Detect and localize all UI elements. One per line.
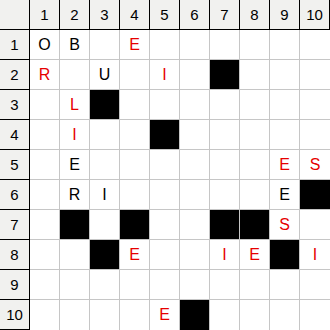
given-letter-cell-r5-c2[interactable]: E (60, 150, 90, 180)
cell-r9-c6[interactable] (180, 270, 210, 300)
cell-r3-c9[interactable] (270, 90, 300, 120)
given-letter-cell-r1-c1[interactable]: O (30, 30, 60, 60)
col-header-2: 2 (60, 0, 90, 30)
cell-r1-c7[interactable] (210, 30, 240, 60)
cell-r9-c7[interactable] (210, 270, 240, 300)
row-header-8: 8 (0, 240, 30, 270)
cell-r1-c6[interactable] (180, 30, 210, 60)
cell-r2-c8[interactable] (240, 60, 270, 90)
given-letter-cell-r2-c3[interactable]: U (90, 60, 120, 90)
entered-letter-cell-r8-c7[interactable]: I (210, 240, 240, 270)
col-header-5: 5 (150, 0, 180, 30)
cell-r10-c1[interactable] (30, 300, 60, 330)
cell-r5-c6[interactable] (180, 150, 210, 180)
entered-letter-cell-r2-c5[interactable]: I (150, 60, 180, 90)
cell-r6-c1[interactable] (30, 180, 60, 210)
cell-r9-c4[interactable] (120, 270, 150, 300)
cell-r9-c10[interactable] (300, 270, 330, 300)
cell-r7-c3[interactable] (90, 210, 120, 240)
entered-letter-cell-r2-c1[interactable]: R (30, 60, 60, 90)
row-header-6: 6 (0, 180, 30, 210)
row-header-5: 5 (0, 150, 30, 180)
cell-r6-c4[interactable] (120, 180, 150, 210)
entered-letter-cell-r8-c4[interactable]: E (120, 240, 150, 270)
cell-r1-c10[interactable] (300, 30, 330, 60)
entered-letter-cell-r5-c9[interactable]: E (270, 150, 300, 180)
cell-r1-c8[interactable] (240, 30, 270, 60)
cell-r6-c5[interactable] (150, 180, 180, 210)
entered-letter-cell-r8-c10[interactable]: I (300, 240, 330, 270)
cell-r5-c3[interactable] (90, 150, 120, 180)
crossword-board: 123456789101OBE2RUI3L4I5EES6RIE7S8EIEI91… (0, 0, 330, 330)
cell-r5-c5[interactable] (150, 150, 180, 180)
cell-r9-c2[interactable] (60, 270, 90, 300)
black-cell-r2-c7 (210, 60, 240, 90)
cell-r2-c4[interactable] (120, 60, 150, 90)
given-letter-cell-r1-c2[interactable]: B (60, 30, 90, 60)
black-cell-r6-c10 (300, 180, 330, 210)
col-header-7: 7 (210, 0, 240, 30)
row-header-3: 3 (0, 90, 30, 120)
cell-r3-c1[interactable] (30, 90, 60, 120)
cell-r10-c7[interactable] (210, 300, 240, 330)
cell-r9-c5[interactable] (150, 270, 180, 300)
cell-r2-c6[interactable] (180, 60, 210, 90)
cell-r1-c9[interactable] (270, 30, 300, 60)
row-header-7: 7 (0, 210, 30, 240)
entered-letter-cell-r8-c8[interactable]: E (240, 240, 270, 270)
cell-r1-c5[interactable] (150, 30, 180, 60)
cell-r5-c4[interactable] (120, 150, 150, 180)
cell-r5-c7[interactable] (210, 150, 240, 180)
cell-r9-c8[interactable] (240, 270, 270, 300)
col-header-6: 6 (180, 0, 210, 30)
row-header-2: 2 (0, 60, 30, 90)
col-header-1: 1 (30, 0, 60, 30)
black-cell-r8-c3 (90, 240, 120, 270)
cell-r1-c3[interactable] (90, 30, 120, 60)
cell-r7-c6[interactable] (180, 210, 210, 240)
cell-r4-c8[interactable] (240, 120, 270, 150)
cell-r8-c6[interactable] (180, 240, 210, 270)
given-letter-cell-r6-c2[interactable]: R (60, 180, 90, 210)
black-cell-r8-c9 (270, 240, 300, 270)
col-header-10: 10 (300, 0, 330, 30)
black-cell-r3-c3 (90, 90, 120, 120)
cell-r4-c1[interactable] (30, 120, 60, 150)
black-cell-r4-c5 (150, 120, 180, 150)
cell-r2-c10[interactable] (300, 60, 330, 90)
col-header-8: 8 (240, 0, 270, 30)
cell-r9-c3[interactable] (90, 270, 120, 300)
entered-letter-cell-r5-c10[interactable]: S (300, 150, 330, 180)
black-cell-r7-c7 (210, 210, 240, 240)
entered-letter-cell-r7-c9[interactable]: S (270, 210, 300, 240)
corner-cell (0, 0, 30, 30)
cell-r8-c2[interactable] (60, 240, 90, 270)
cell-r7-c10[interactable] (300, 210, 330, 240)
col-header-3: 3 (90, 0, 120, 30)
cell-r2-c2[interactable] (60, 60, 90, 90)
given-letter-cell-r6-c9[interactable]: E (270, 180, 300, 210)
cell-r4-c6[interactable] (180, 120, 210, 150)
cell-r5-c8[interactable] (240, 150, 270, 180)
cell-r8-c5[interactable] (150, 240, 180, 270)
cell-r10-c3[interactable] (90, 300, 120, 330)
cell-r10-c2[interactable] (60, 300, 90, 330)
col-header-9: 9 (270, 0, 300, 30)
cell-r7-c1[interactable] (30, 210, 60, 240)
row-header-4: 4 (0, 120, 30, 150)
given-letter-cell-r6-c3[interactable]: I (90, 180, 120, 210)
cell-r4-c7[interactable] (210, 120, 240, 150)
entered-letter-cell-r4-c2[interactable]: I (60, 120, 90, 150)
cell-r9-c9[interactable] (270, 270, 300, 300)
cell-r3-c7[interactable] (210, 90, 240, 120)
cell-r7-c5[interactable] (150, 210, 180, 240)
cell-r5-c1[interactable] (30, 150, 60, 180)
entered-letter-cell-r1-c4[interactable]: E (120, 30, 150, 60)
black-cell-r10-c6 (180, 300, 210, 330)
cell-r3-c4[interactable] (120, 90, 150, 120)
entered-letter-cell-r10-c5[interactable]: E (150, 300, 180, 330)
cell-r10-c8[interactable] (240, 300, 270, 330)
black-cell-r7-c2 (60, 210, 90, 240)
black-cell-r7-c4 (120, 210, 150, 240)
cell-r4-c9[interactable] (270, 120, 300, 150)
cell-r6-c7[interactable] (210, 180, 240, 210)
cell-r3-c5[interactable] (150, 90, 180, 120)
cell-r6-c6[interactable] (180, 180, 210, 210)
cell-r3-c10[interactable] (300, 90, 330, 120)
col-header-4: 4 (120, 0, 150, 30)
cell-r10-c4[interactable] (120, 300, 150, 330)
cell-r4-c10[interactable] (300, 120, 330, 150)
cell-r2-c9[interactable] (270, 60, 300, 90)
black-cell-r7-c8 (240, 210, 270, 240)
cell-r4-c3[interactable] (90, 120, 120, 150)
cell-r4-c4[interactable] (120, 120, 150, 150)
cell-r10-c9[interactable] (270, 300, 300, 330)
cell-r6-c8[interactable] (240, 180, 270, 210)
entered-letter-cell-r3-c2[interactable]: L (60, 90, 90, 120)
cell-r3-c8[interactable] (240, 90, 270, 120)
cell-r8-c1[interactable] (30, 240, 60, 270)
cell-r10-c10[interactable] (300, 300, 330, 330)
cell-r9-c1[interactable] (30, 270, 60, 300)
row-header-1: 1 (0, 30, 30, 60)
row-header-9: 9 (0, 270, 30, 300)
cell-r3-c6[interactable] (180, 90, 210, 120)
row-header-10: 10 (0, 300, 30, 330)
